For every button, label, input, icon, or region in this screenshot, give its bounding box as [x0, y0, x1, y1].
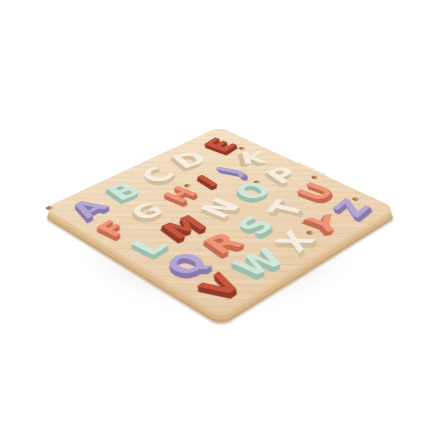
puzzle-piece-i[interactable]: I [190, 171, 226, 192]
puzzle-piece-k[interactable]: K [238, 148, 269, 169]
letter-grid: A B C D E F G H I J K L M N [45, 127, 396, 315]
puzzle-board: A B C D E F G H I J K L M N [45, 127, 396, 315]
product-photo: A B C D E F G H I J K L M N [0, 0, 430, 430]
scene: A B C D E F G H I J K L M N [0, 0, 430, 430]
puzzle-piece-y[interactable]: Y [302, 210, 349, 238]
